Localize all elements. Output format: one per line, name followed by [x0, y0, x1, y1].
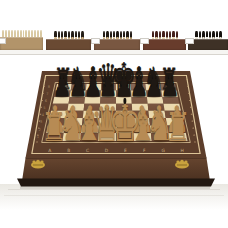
- king-dark-finial: [124, 98, 127, 103]
- piece-black-pawn[interactable]: ♟: [160, 72, 179, 102]
- pieces-layer: ♜♞♝♛♚♝♞♜♟♟♟♟♟♟♟♟♟♟♟♟♟♟♟♟♜♞♝♛♚♝♞♜: [0, 0, 228, 228]
- piece-white-rook[interactable]: ♜: [165, 107, 191, 147]
- product-photo: ABCDEFGH87654321 ♜♞♝♛♚♝♞♜♟♟♟♟♟♟♟♟♟♟♟♟♟♟♟…: [0, 0, 228, 228]
